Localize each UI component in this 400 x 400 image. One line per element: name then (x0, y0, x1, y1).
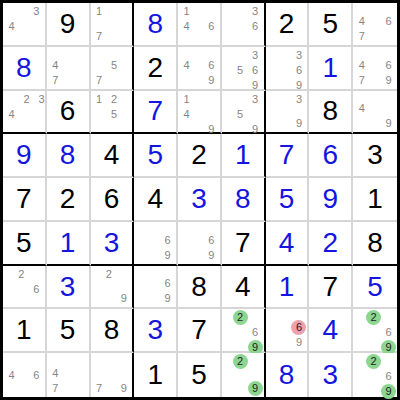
candidate-6: 6 (248, 63, 263, 78)
cell-r5c2[interactable]: 2 (47, 178, 91, 222)
cell-r9c6[interactable]: 29 (222, 353, 266, 397)
candidate-empty (204, 34, 219, 44)
cell-r6c1[interactable]: 5 (3, 222, 47, 266)
candidate-digit: 9 (381, 116, 396, 131)
candidate-digit: 6 (248, 63, 263, 78)
cell-r9c8[interactable]: 3 (309, 353, 353, 397)
candidate-7: 7 (92, 73, 107, 88)
candidate-1: 1 (179, 4, 194, 19)
candidate-5: 5 (233, 63, 248, 78)
candidate-empty (223, 34, 235, 44)
candidate-empty (369, 101, 381, 116)
highlight-circle: 2 (233, 354, 248, 369)
cell-value-solved: 3 (323, 361, 339, 389)
cell-r6c8[interactable]: 2 (309, 222, 353, 266)
candidate-digit: 7 (48, 381, 63, 396)
cell-r4c2[interactable]: 8 (47, 134, 91, 178)
cell-r7c9[interactable]: 5 (353, 266, 397, 310)
candidate-grid: 4679 (354, 48, 396, 88)
cell-r2c4[interactable]: 2 (134, 47, 178, 91)
candidate-9: 9 (160, 248, 175, 263)
highlight-circle: 2 (366, 354, 381, 369)
candidate-empty (19, 122, 34, 132)
candidate-6: 6 (29, 368, 44, 383)
candidate-empty (381, 310, 396, 325)
candidate-empty (223, 354, 233, 369)
cell-r4c1[interactable]: 9 (3, 134, 47, 178)
candidate-empty (366, 369, 381, 384)
cell-r6c4[interactable]: 69 (134, 222, 178, 266)
candidate-empty (204, 48, 219, 58)
candidate-digit: 5 (107, 58, 122, 73)
cell-r2c9[interactable]: 4679 (353, 47, 397, 91)
candidate-digit: 6 (204, 233, 219, 248)
candidate-empty (194, 58, 204, 73)
candidate-empty (101, 291, 116, 306)
candidate-empty (191, 248, 203, 263)
cell-value-solved: 1 (323, 54, 339, 82)
cell-r3c1[interactable]: 234 (3, 91, 47, 135)
candidate-empty (381, 92, 396, 102)
candidate-empty (267, 320, 279, 335)
candidate-empty (107, 354, 117, 367)
candidate-digit: 1 (92, 92, 107, 107)
cell-r2c8[interactable]: 1 (309, 47, 353, 91)
candidate-5: 5 (107, 58, 122, 73)
cell-r5c8[interactable]: 9 (309, 178, 353, 222)
candidate-digit: 6 (29, 282, 44, 297)
cell-r2c1[interactable]: 8 (3, 47, 47, 91)
cell-r9c2[interactable]: 47 (47, 353, 91, 397)
candidate-empty (233, 369, 248, 381)
candidate-empty (63, 73, 75, 88)
candidate-6: 6 (381, 325, 396, 340)
cell-r9c5[interactable]: 5 (178, 353, 222, 397)
candidate-empty (204, 4, 219, 19)
cell-r5c9[interactable]: 1 (353, 178, 397, 222)
cell-r4c5[interactable]: 2 (178, 134, 222, 178)
cell-r4c7[interactable]: 7 (266, 134, 310, 178)
cell-value-given: 8 (367, 229, 383, 257)
candidate-6: 6 (248, 19, 263, 34)
cell-r6c2[interactable]: 1 (47, 222, 91, 266)
candidate-digit: 5 (233, 107, 248, 122)
cell-value-solved: 8 (60, 141, 76, 169)
cell-value-solved: 1 (235, 141, 251, 169)
candidate-empty (223, 19, 235, 34)
cell-r7c1[interactable]: 26 (3, 266, 47, 310)
highlight-circle: 6 (291, 320, 306, 335)
candidate-empty (92, 267, 102, 282)
candidate-digit: 6 (381, 325, 396, 340)
candidate-empty (148, 276, 160, 291)
cell-value-given: 1 (16, 316, 32, 344)
candidate-empty (235, 34, 247, 44)
candidate-empty (29, 267, 44, 282)
candidate-empty (29, 383, 44, 396)
candidate-empty (19, 383, 29, 396)
candidate-empty (191, 233, 203, 248)
candidate-digit: 4 (4, 19, 19, 34)
candidate-digit: 9 (116, 381, 131, 396)
candidate-grid: 3569 (223, 48, 263, 88)
cell-value-given: 4 (147, 185, 163, 213)
candidate-empty (29, 19, 44, 34)
candidate-empty (135, 267, 147, 277)
candidate-empty (381, 4, 396, 14)
candidate-2-highlight-green: 2 (233, 310, 248, 325)
candidate-empty (248, 34, 263, 44)
highlight-circle: 2 (233, 310, 248, 325)
cell-value-given: 2 (147, 54, 163, 82)
cell-r7c7[interactable]: 1 (266, 266, 310, 310)
candidate-grid: 57 (92, 48, 132, 88)
candidate-6: 6 (160, 276, 175, 291)
candidate-2-highlight-green: 2 (366, 310, 381, 325)
candidate-grid: 49 (354, 92, 396, 132)
cell-r7c6[interactable]: 4 (222, 266, 266, 310)
cell-r6c9[interactable]: 8 (353, 222, 397, 266)
cell-r5c1[interactable]: 7 (3, 178, 47, 222)
candidate-empty (191, 223, 203, 233)
candidate-grid: 125 (92, 92, 132, 132)
cell-value-given: 9 (60, 10, 76, 38)
candidate-9-highlight-green: 9 (248, 381, 263, 396)
candidate-empty (4, 92, 19, 107)
candidate-empty (116, 368, 131, 381)
candidate-empty (48, 354, 63, 366)
cell-r7c2[interactable]: 3 (47, 266, 91, 310)
candidate-empty (354, 354, 366, 369)
cell-r6c6[interactable]: 7 (222, 222, 266, 266)
candidate-empty (63, 58, 75, 73)
candidate-empty (4, 267, 14, 282)
candidate-empty (354, 48, 369, 58)
candidate-digit: 2 (19, 92, 34, 107)
candidate-empty (75, 381, 87, 396)
candidate-4: 4 (4, 107, 19, 122)
cell-r6c7[interactable]: 4 (266, 222, 310, 266)
cell-r2c5[interactable]: 469 (178, 47, 222, 91)
candidate-empty (354, 310, 366, 325)
candidate-empty (354, 384, 366, 399)
candidate-2: 2 (107, 92, 122, 107)
candidate-7: 7 (354, 29, 369, 44)
candidate-digit: 3 (291, 48, 306, 63)
cell-r1c5[interactable]: 146 (178, 3, 222, 47)
candidate-digit: 9 (160, 248, 175, 263)
candidate-empty (29, 34, 44, 44)
candidate-empty (267, 310, 279, 320)
cell-r8c8[interactable]: 4 (309, 309, 353, 353)
candidate-digit: 7 (48, 73, 63, 88)
candidate-empty (75, 58, 87, 73)
cell-r5c6[interactable]: 8 (222, 178, 266, 222)
candidate-grid: 69 (135, 223, 175, 263)
candidate-empty (160, 223, 175, 233)
candidate-empty (19, 107, 34, 122)
cell-r5c7[interactable]: 5 (266, 178, 310, 222)
candidate-4: 4 (48, 58, 63, 73)
candidate-empty (369, 48, 381, 58)
candidate-empty (107, 19, 119, 29)
candidate-empty (223, 310, 233, 325)
candidate-digit: 6 (381, 369, 396, 384)
candidate-empty (279, 107, 291, 117)
candidate-empty (135, 291, 147, 306)
candidate-empty (119, 19, 131, 29)
cell-r6c3[interactable]: 3 (91, 222, 135, 266)
candidate-4: 4 (354, 101, 369, 116)
cell-r8c9[interactable]: 269 (353, 309, 397, 353)
candidate-3: 3 (248, 92, 263, 107)
candidate-empty (235, 4, 247, 19)
cell-value-solved: 9 (323, 185, 339, 213)
candidate-7: 7 (354, 73, 369, 88)
candidate-3: 3 (291, 92, 306, 107)
candidate-empty (381, 101, 396, 116)
candidate-digit: 5 (233, 63, 248, 78)
candidate-empty (369, 58, 381, 73)
cell-r3c5[interactable]: 149 (178, 91, 222, 135)
candidate-grid: 79 (92, 354, 132, 396)
cell-r9c3[interactable]: 79 (91, 353, 135, 397)
candidate-9: 9 (160, 291, 175, 306)
candidate-9: 9 (204, 248, 219, 263)
candidate-empty (223, 48, 233, 63)
candidate-grid: 269 (354, 310, 396, 350)
candidate-empty (233, 92, 248, 107)
cell-r7c3[interactable]: 29 (91, 266, 135, 310)
candidate-empty (369, 14, 381, 29)
candidate-7: 7 (48, 381, 63, 396)
cell-value-solved: 2 (323, 229, 339, 257)
candidate-empty (63, 354, 75, 366)
candidate-digit: 2 (101, 267, 116, 282)
candidate-grid: 269 (223, 310, 263, 350)
candidate-grid: 29 (223, 354, 263, 396)
candidate-empty (223, 63, 233, 78)
candidate-digit: 6 (248, 19, 263, 34)
highlight-circle: 2 (366, 310, 381, 325)
candidate-empty (248, 107, 263, 122)
cell-r2c3[interactable]: 57 (91, 47, 135, 91)
candidate-empty (279, 48, 291, 63)
cell-value-given: 1 (367, 185, 383, 213)
candidate-grid: 149 (179, 92, 219, 132)
candidate-empty (107, 122, 122, 132)
cell-r3c4[interactable]: 7 (134, 91, 178, 135)
candidate-6: 6 (291, 63, 306, 78)
cell-r8c1[interactable]: 1 (3, 309, 47, 353)
candidate-empty (119, 4, 131, 19)
candidate-empty (369, 73, 381, 88)
cell-value-given: 4 (104, 141, 120, 169)
cell-r2c2[interactable]: 47 (47, 47, 91, 91)
candidate-digit: 9 (291, 116, 306, 131)
candidate-digit: 4 (179, 19, 194, 34)
candidate-empty (14, 297, 29, 307)
candidate-empty (267, 48, 279, 63)
cell-r5c3[interactable]: 6 (91, 178, 135, 222)
candidate-empty (19, 354, 29, 367)
cell-value-solved: 6 (323, 141, 339, 169)
candidate-empty (4, 4, 19, 19)
candidate-empty (29, 297, 44, 307)
candidate-digit: 4 (179, 107, 194, 122)
highlight-circle: 9 (248, 381, 263, 396)
cell-r8c5[interactable]: 7 (178, 309, 222, 353)
cell-r7c8[interactable]: 7 (309, 266, 353, 310)
candidate-empty (92, 19, 107, 29)
candidate-empty (148, 248, 160, 263)
cell-r9c9[interactable]: 269 (353, 353, 397, 397)
candidate-digit: 7 (354, 73, 369, 88)
candidate-2: 2 (14, 267, 29, 282)
cell-r8c4[interactable]: 3 (134, 309, 178, 353)
cell-value-solved: 3 (147, 316, 163, 344)
candidate-empty (92, 122, 107, 132)
candidate-2-highlight-green: 2 (233, 354, 248, 369)
cell-value-solved: 5 (147, 141, 163, 169)
candidate-empty (204, 92, 219, 107)
candidate-digit: 9 (160, 291, 175, 306)
candidate-empty (4, 282, 14, 297)
cell-r5c4[interactable]: 4 (134, 178, 178, 222)
cell-r9c7[interactable]: 8 (266, 353, 310, 397)
candidate-digit: 1 (92, 4, 107, 19)
cell-r2c7[interactable]: 369 (266, 47, 310, 91)
cell-r4c6[interactable]: 1 (222, 134, 266, 178)
candidate-grid: 46 (4, 354, 44, 396)
candidate-5: 5 (107, 107, 122, 122)
cell-r4c9[interactable]: 3 (353, 134, 397, 178)
cell-r4c4[interactable]: 5 (134, 134, 178, 178)
candidate-empty (366, 325, 381, 340)
cell-r9c4[interactable]: 1 (134, 353, 178, 397)
candidate-digit: 3 (29, 4, 44, 19)
candidate-empty (267, 335, 279, 350)
cell-r8c3[interactable]: 8 (91, 309, 135, 353)
cell-r1c7[interactable]: 2 (266, 3, 310, 47)
cell-r1c8[interactable]: 5 (309, 3, 353, 47)
candidate-9: 9 (116, 291, 131, 306)
cell-r1c3[interactable]: 17 (91, 3, 135, 47)
candidate-empty (119, 29, 131, 44)
candidate-digit: 2 (107, 92, 122, 107)
candidate-3: 3 (248, 4, 263, 19)
candidate-digit: 1 (179, 92, 194, 107)
candidate-empty (223, 107, 233, 122)
cell-value-given: 2 (191, 141, 207, 169)
candidate-4: 4 (354, 14, 369, 29)
candidate-empty (29, 354, 44, 367)
candidate-digit: 7 (92, 381, 107, 396)
candidate-empty (369, 29, 381, 44)
candidate-digit: 3 (248, 4, 263, 19)
candidate-empty (354, 92, 369, 102)
candidate-empty (267, 63, 279, 78)
candidate-empty (92, 48, 107, 58)
candidate-empty (148, 291, 160, 306)
candidate-grid: 69 (179, 223, 219, 263)
cell-r1c1[interactable]: 34 (3, 3, 47, 47)
candidate-empty (248, 354, 263, 369)
candidate-grid: 47 (48, 354, 88, 396)
cell-r8c2[interactable]: 5 (47, 309, 91, 353)
candidate-empty (179, 223, 191, 233)
candidate-2: 2 (19, 92, 34, 107)
candidate-empty (279, 310, 291, 320)
cell-r3c9[interactable]: 49 (353, 91, 397, 135)
cell-r3c7[interactable]: 39 (266, 91, 310, 135)
cell-value-solved: 3 (191, 185, 207, 213)
cell-r3c8[interactable]: 8 (309, 91, 353, 135)
cell-r6c5[interactable]: 69 (178, 222, 222, 266)
candidate-empty (179, 248, 191, 263)
cell-r3c2[interactable]: 6 (47, 91, 91, 135)
candidate-empty (279, 320, 291, 335)
candidate-empty (291, 310, 306, 320)
cell-r8c7[interactable]: 69 (266, 309, 310, 353)
candidate-empty (63, 48, 75, 58)
cell-value-given: 2 (60, 185, 76, 213)
cell-r3c3[interactable]: 125 (91, 91, 135, 135)
candidate-empty (354, 325, 366, 340)
candidate-6: 6 (381, 58, 396, 73)
cell-value-given: 3 (367, 141, 383, 169)
cell-r2c6[interactable]: 3569 (222, 47, 266, 91)
cell-value-given: 2 (279, 10, 295, 38)
candidate-empty (369, 4, 381, 14)
cell-r3c6[interactable]: 359 (222, 91, 266, 135)
candidate-empty (279, 63, 291, 78)
cell-r1c6[interactable]: 36 (222, 3, 266, 47)
candidate-6-highlight-red: 6 (291, 320, 306, 335)
candidate-empty (179, 34, 194, 44)
cell-r1c2[interactable]: 9 (47, 3, 91, 47)
candidate-digit: 7 (92, 73, 107, 88)
candidate-empty (179, 48, 194, 58)
candidate-empty (248, 369, 263, 381)
cell-r9c1[interactable]: 46 (3, 353, 47, 397)
candidate-empty (48, 48, 63, 58)
candidate-grid: 29 (92, 267, 132, 307)
cell-r1c4[interactable]: 8 (134, 3, 178, 47)
candidate-digit: 3 (248, 48, 263, 63)
candidate-empty (135, 248, 147, 263)
candidate-empty (4, 383, 19, 396)
candidate-empty (279, 116, 291, 131)
candidate-empty (223, 325, 233, 340)
cell-r5c5[interactable]: 3 (178, 178, 222, 222)
cell-r8c6[interactable]: 269 (222, 309, 266, 353)
cell-r1c9[interactable]: 467 (353, 3, 397, 47)
cell-r7c4[interactable]: 69 (134, 266, 178, 310)
candidate-empty (122, 58, 132, 73)
candidate-empty (4, 34, 19, 44)
cell-r7c5[interactable]: 8 (178, 266, 222, 310)
candidate-1: 1 (92, 92, 107, 107)
cell-r4c8[interactable]: 6 (309, 134, 353, 178)
candidate-empty (92, 354, 107, 367)
cell-value-solved: 3 (60, 273, 76, 301)
candidate-empty (19, 34, 29, 44)
cell-value-solved: 8 (147, 10, 163, 38)
cell-value-solved: 4 (323, 316, 339, 344)
candidate-empty (4, 122, 19, 132)
cell-r4c3[interactable]: 4 (91, 134, 135, 178)
